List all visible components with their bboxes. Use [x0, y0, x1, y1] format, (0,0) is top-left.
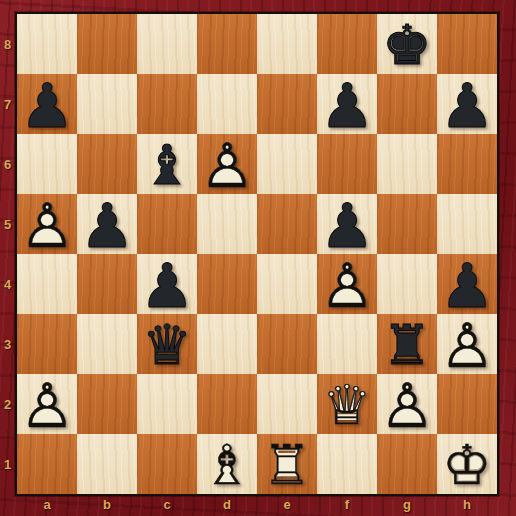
- square-c6[interactable]: ♝♝: [137, 134, 197, 194]
- square-c3[interactable]: ♛♛: [137, 314, 197, 374]
- file-labels: abcdefgh: [17, 494, 497, 514]
- square-a8[interactable]: [17, 14, 77, 74]
- piece-white-rook: ♜♖: [257, 434, 317, 494]
- square-a1[interactable]: [17, 434, 77, 494]
- square-h8[interactable]: [437, 14, 497, 74]
- square-d7[interactable]: [197, 74, 257, 134]
- square-b6[interactable]: [77, 134, 137, 194]
- piece-black-queen: ♛♛: [137, 314, 197, 374]
- rank-label-1: 1: [0, 434, 15, 494]
- rank-label-7: 7: [0, 74, 15, 134]
- square-b3[interactable]: [77, 314, 137, 374]
- square-g8[interactable]: ♚♚: [377, 14, 437, 74]
- rank-labels: 87654321: [0, 14, 15, 494]
- black-king-icon: ♚: [377, 14, 437, 74]
- square-d5[interactable]: [197, 194, 257, 254]
- file-label-d: d: [197, 494, 257, 514]
- piece-black-pawn: ♟♟: [317, 194, 377, 254]
- square-f2[interactable]: ♛♕: [317, 374, 377, 434]
- square-g2[interactable]: ♟♙: [377, 374, 437, 434]
- piece-white-queen: ♛♕: [317, 374, 377, 434]
- black-pawn-icon: ♟: [17, 74, 77, 134]
- square-a4[interactable]: [17, 254, 77, 314]
- file-label-c: c: [137, 494, 197, 514]
- piece-white-pawn: ♟♙: [437, 314, 497, 374]
- black-bishop-icon: ♝: [137, 134, 197, 194]
- piece-white-pawn: ♟♙: [17, 194, 77, 254]
- square-e8[interactable]: [257, 14, 317, 74]
- square-a2[interactable]: ♟♙: [17, 374, 77, 434]
- square-b4[interactable]: [77, 254, 137, 314]
- square-b8[interactable]: [77, 14, 137, 74]
- rank-label-8: 8: [0, 14, 15, 74]
- square-f8[interactable]: [317, 14, 377, 74]
- square-d3[interactable]: [197, 314, 257, 374]
- square-f1[interactable]: [317, 434, 377, 494]
- piece-white-pawn: ♟♙: [17, 374, 77, 434]
- file-label-a: a: [17, 494, 77, 514]
- square-a3[interactable]: [17, 314, 77, 374]
- white-pawn-icon: ♙: [377, 374, 437, 434]
- file-label-b: b: [77, 494, 137, 514]
- square-c8[interactable]: [137, 14, 197, 74]
- square-b5[interactable]: ♟♟: [77, 194, 137, 254]
- square-c7[interactable]: [137, 74, 197, 134]
- piece-black-pawn: ♟♟: [317, 74, 377, 134]
- black-rook-icon: ♜: [377, 314, 437, 374]
- square-f5[interactable]: ♟♟: [317, 194, 377, 254]
- square-c2[interactable]: [137, 374, 197, 434]
- rank-label-6: 6: [0, 134, 15, 194]
- square-a6[interactable]: [17, 134, 77, 194]
- piece-black-bishop: ♝♝: [137, 134, 197, 194]
- square-g6[interactable]: [377, 134, 437, 194]
- black-pawn-icon: ♟: [437, 254, 497, 314]
- rank-label-2: 2: [0, 374, 15, 434]
- square-b1[interactable]: [77, 434, 137, 494]
- square-e1[interactable]: ♜♖: [257, 434, 317, 494]
- piece-black-pawn: ♟♟: [437, 74, 497, 134]
- square-d2[interactable]: [197, 374, 257, 434]
- black-pawn-icon: ♟: [437, 74, 497, 134]
- piece-black-pawn: ♟♟: [437, 254, 497, 314]
- file-label-g: g: [377, 494, 437, 514]
- square-c5[interactable]: [137, 194, 197, 254]
- square-e5[interactable]: [257, 194, 317, 254]
- square-h1[interactable]: ♚♔: [437, 434, 497, 494]
- square-g5[interactable]: [377, 194, 437, 254]
- square-d8[interactable]: [197, 14, 257, 74]
- square-h6[interactable]: [437, 134, 497, 194]
- black-pawn-icon: ♟: [317, 194, 377, 254]
- piece-white-bishop: ♝♗: [197, 434, 257, 494]
- square-h3[interactable]: ♟♙: [437, 314, 497, 374]
- square-h7[interactable]: ♟♟: [437, 74, 497, 134]
- piece-white-pawn: ♟♙: [317, 254, 377, 314]
- piece-black-pawn: ♟♟: [17, 74, 77, 134]
- square-g4[interactable]: [377, 254, 437, 314]
- white-pawn-icon: ♙: [17, 374, 77, 434]
- board: ♚♚♟♟♟♟♟♟♝♝♟♙♟♙♟♟♟♟♟♟♟♙♟♟♛♛♜♜♟♙♟♙♛♕♟♙♝♗♜♖…: [15, 12, 499, 496]
- square-h2[interactable]: [437, 374, 497, 434]
- black-pawn-icon: ♟: [77, 194, 137, 254]
- square-e2[interactable]: [257, 374, 317, 434]
- white-pawn-icon: ♙: [317, 254, 377, 314]
- black-pawn-icon: ♟: [317, 74, 377, 134]
- square-b7[interactable]: [77, 74, 137, 134]
- square-g3[interactable]: ♜♜: [377, 314, 437, 374]
- rank-label-5: 5: [0, 194, 15, 254]
- square-f7[interactable]: ♟♟: [317, 74, 377, 134]
- piece-black-pawn: ♟♟: [77, 194, 137, 254]
- square-e7[interactable]: [257, 74, 317, 134]
- square-e4[interactable]: [257, 254, 317, 314]
- square-h4[interactable]: ♟♟: [437, 254, 497, 314]
- square-a5[interactable]: ♟♙: [17, 194, 77, 254]
- white-pawn-icon: ♙: [437, 314, 497, 374]
- square-f4[interactable]: ♟♙: [317, 254, 377, 314]
- white-pawn-icon: ♙: [197, 134, 257, 194]
- square-g1[interactable]: [377, 434, 437, 494]
- piece-white-pawn: ♟♙: [197, 134, 257, 194]
- board-frame: ♚♚♟♟♟♟♟♟♝♝♟♙♟♙♟♟♟♟♟♟♟♙♟♟♛♛♜♜♟♙♟♙♛♕♟♙♝♗♜♖…: [0, 0, 516, 516]
- square-c1[interactable]: [137, 434, 197, 494]
- rank-label-3: 3: [0, 314, 15, 374]
- white-queen-icon: ♕: [317, 374, 377, 434]
- piece-black-rook: ♜♜: [377, 314, 437, 374]
- square-f3[interactable]: [317, 314, 377, 374]
- piece-white-king: ♚♔: [437, 434, 497, 494]
- white-pawn-icon: ♙: [17, 194, 77, 254]
- black-queen-icon: ♛: [137, 314, 197, 374]
- square-e6[interactable]: [257, 134, 317, 194]
- square-a7[interactable]: ♟♟: [17, 74, 77, 134]
- square-f6[interactable]: [317, 134, 377, 194]
- file-label-f: f: [317, 494, 377, 514]
- square-e3[interactable]: [257, 314, 317, 374]
- piece-black-king: ♚♚: [377, 14, 437, 74]
- square-c4[interactable]: ♟♟: [137, 254, 197, 314]
- square-g7[interactable]: [377, 74, 437, 134]
- white-king-icon: ♔: [437, 434, 497, 494]
- square-d6[interactable]: ♟♙: [197, 134, 257, 194]
- square-b2[interactable]: [77, 374, 137, 434]
- piece-white-pawn: ♟♙: [377, 374, 437, 434]
- white-rook-icon: ♖: [257, 434, 317, 494]
- black-pawn-icon: ♟: [137, 254, 197, 314]
- square-d1[interactable]: ♝♗: [197, 434, 257, 494]
- rank-label-4: 4: [0, 254, 15, 314]
- file-label-e: e: [257, 494, 317, 514]
- white-bishop-icon: ♗: [197, 434, 257, 494]
- square-d4[interactable]: [197, 254, 257, 314]
- square-h5[interactable]: [437, 194, 497, 254]
- file-label-h: h: [437, 494, 497, 514]
- piece-black-pawn: ♟♟: [137, 254, 197, 314]
